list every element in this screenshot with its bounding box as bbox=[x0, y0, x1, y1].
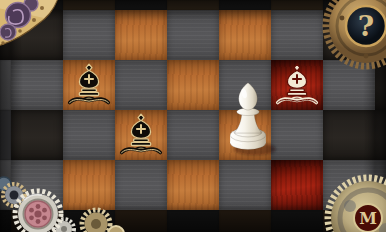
menu-button[interactable]: M bbox=[320, 168, 386, 232]
game-screen: ? bbox=[0, 0, 386, 232]
menu-glyph: M bbox=[359, 209, 377, 228]
white-pawn[interactable] bbox=[219, 80, 277, 162]
black-bishop[interactable] bbox=[118, 113, 164, 157]
white-bishop[interactable] bbox=[274, 63, 320, 107]
gears-ornament-bottom-left bbox=[0, 160, 126, 232]
gears-ornament-top-left bbox=[0, 0, 108, 108]
help-glyph: ? bbox=[358, 10, 374, 43]
help-button[interactable]: ? bbox=[318, 0, 386, 74]
